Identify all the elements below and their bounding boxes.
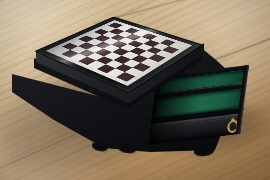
photo-chess-box-scene — [0, 0, 270, 180]
